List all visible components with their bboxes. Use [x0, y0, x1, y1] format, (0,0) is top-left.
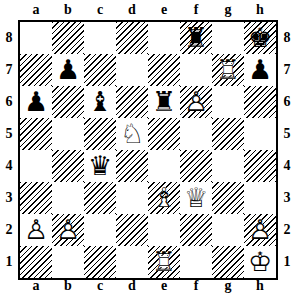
square-d4[interactable]	[116, 150, 148, 182]
piece-white-pawn: ♟♙	[20, 214, 52, 246]
square-c3[interactable]	[84, 182, 116, 214]
square-g4[interactable]	[212, 150, 244, 182]
piece-black-pawn: ♟	[244, 54, 276, 86]
piece-glyph: ♙	[20, 214, 52, 246]
square-a3[interactable]	[20, 182, 52, 214]
rank-label-7: 7	[279, 54, 295, 86]
piece-white-queen: ♛♕	[180, 182, 212, 214]
piece-glyph: ♙	[244, 214, 276, 246]
square-b3[interactable]	[52, 182, 84, 214]
square-e2[interactable]	[148, 214, 180, 246]
square-f7[interactable]	[180, 54, 212, 86]
piece-glyph: ♔	[244, 246, 276, 278]
square-f4[interactable]	[180, 150, 212, 182]
board: ♜♚♟♜♖♟♟♝♜♟♙♞♘♛♝♗♛♕♟♙♟♙♟♙♜♖♚♔	[18, 20, 278, 280]
square-d7[interactable]	[116, 54, 148, 86]
file-label-b: b	[52, 0, 84, 20]
piece-glyph: ♘	[116, 118, 148, 150]
square-g1[interactable]	[212, 246, 244, 278]
square-e7[interactable]	[148, 54, 180, 86]
piece-white-pawn: ♟♙	[180, 86, 212, 118]
square-b4[interactable]	[52, 150, 84, 182]
rank-label-5: 5	[0, 118, 18, 150]
rank-label-6: 6	[279, 86, 295, 118]
square-e3[interactable]: ♝♗	[148, 182, 180, 214]
square-a8[interactable]	[20, 22, 52, 54]
square-b8[interactable]	[52, 22, 84, 54]
rank-label-3: 3	[279, 182, 295, 214]
piece-glyph: ♚	[244, 22, 276, 54]
square-e4[interactable]	[148, 150, 180, 182]
piece-glyph: ♟	[244, 54, 276, 86]
square-a6[interactable]: ♟	[20, 86, 52, 118]
piece-black-pawn: ♟	[52, 54, 84, 86]
piece-glyph: ♜	[180, 22, 212, 54]
piece-glyph: ♙	[180, 86, 212, 118]
square-c7[interactable]	[84, 54, 116, 86]
rank-labels-left: 87654321	[0, 22, 18, 278]
piece-black-rook: ♜	[148, 86, 180, 118]
square-h5[interactable]	[244, 118, 276, 150]
square-a7[interactable]	[20, 54, 52, 86]
square-h6[interactable]	[244, 86, 276, 118]
file-label-g: g	[212, 0, 244, 20]
square-h2[interactable]: ♟♙	[244, 214, 276, 246]
square-f1[interactable]	[180, 246, 212, 278]
piece-white-pawn: ♟♙	[52, 214, 84, 246]
square-d2[interactable]	[116, 214, 148, 246]
square-f3[interactable]: ♛♕	[180, 182, 212, 214]
square-c2[interactable]	[84, 214, 116, 246]
square-b5[interactable]	[52, 118, 84, 150]
piece-glyph: ♟	[52, 54, 84, 86]
square-c4[interactable]: ♛	[84, 150, 116, 182]
square-g2[interactable]	[212, 214, 244, 246]
square-g5[interactable]	[212, 118, 244, 150]
file-label-e: e	[148, 0, 180, 20]
square-a4[interactable]	[20, 150, 52, 182]
piece-glyph: ♛	[84, 150, 116, 182]
piece-glyph: ♙	[52, 214, 84, 246]
piece-glyph: ♕	[180, 182, 212, 214]
rank-label-8: 8	[279, 22, 295, 54]
square-a2[interactable]: ♟♙	[20, 214, 52, 246]
piece-black-rook: ♜	[180, 22, 212, 54]
square-h1[interactable]: ♚♔	[244, 246, 276, 278]
square-e6[interactable]: ♜	[148, 86, 180, 118]
rank-label-2: 2	[0, 214, 18, 246]
square-h4[interactable]	[244, 150, 276, 182]
square-c5[interactable]	[84, 118, 116, 150]
square-a5[interactable]	[20, 118, 52, 150]
rank-label-7: 7	[0, 54, 18, 86]
piece-white-bishop: ♝♗	[148, 182, 180, 214]
piece-glyph: ♝	[84, 86, 116, 118]
piece-glyph: ♖	[148, 246, 180, 278]
square-g3[interactable]	[212, 182, 244, 214]
file-label-f: f	[180, 0, 212, 20]
piece-white-king: ♚♔	[244, 246, 276, 278]
piece-glyph: ♟	[20, 86, 52, 118]
rank-label-3: 3	[0, 182, 18, 214]
square-g7[interactable]: ♜♖	[212, 54, 244, 86]
square-c8[interactable]	[84, 22, 116, 54]
rank-label-1: 1	[279, 246, 295, 278]
rank-label-5: 5	[279, 118, 295, 150]
piece-black-pawn: ♟	[20, 86, 52, 118]
square-b6[interactable]	[52, 86, 84, 118]
piece-glyph: ♜	[148, 86, 180, 118]
square-e1[interactable]: ♜♖	[148, 246, 180, 278]
piece-glyph: ♗	[148, 182, 180, 214]
square-b7[interactable]: ♟	[52, 54, 84, 86]
file-label-c: c	[84, 0, 116, 20]
rank-label-8: 8	[0, 22, 18, 54]
rank-label-4: 4	[279, 150, 295, 182]
square-f8[interactable]: ♜	[180, 22, 212, 54]
rank-label-4: 4	[0, 150, 18, 182]
square-d6[interactable]	[116, 86, 148, 118]
square-d8[interactable]	[116, 22, 148, 54]
piece-white-knight: ♞♘	[116, 118, 148, 150]
rank-label-6: 6	[0, 86, 18, 118]
square-c1[interactable]	[84, 246, 116, 278]
square-a1[interactable]	[20, 246, 52, 278]
square-h3[interactable]	[244, 182, 276, 214]
square-g8[interactable]	[212, 22, 244, 54]
file-label-h: h	[244, 0, 276, 20]
piece-black-king: ♚	[244, 22, 276, 54]
piece-black-bishop: ♝	[84, 86, 116, 118]
square-e8[interactable]	[148, 22, 180, 54]
piece-white-rook: ♜♖	[148, 246, 180, 278]
square-g6[interactable]	[212, 86, 244, 118]
square-d5[interactable]: ♞♘	[116, 118, 148, 150]
piece-glyph: ♖	[212, 54, 244, 86]
piece-white-rook: ♜♖	[212, 54, 244, 86]
square-f5[interactable]	[180, 118, 212, 150]
rank-label-1: 1	[0, 246, 18, 278]
chess-diagram: abcdefgh 87654321 87654321 abcdefgh ♜♚♟♜…	[0, 0, 295, 295]
square-f2[interactable]	[180, 214, 212, 246]
square-f6[interactable]: ♟♙	[180, 86, 212, 118]
piece-black-queen: ♛	[84, 150, 116, 182]
file-label-a: a	[20, 0, 52, 20]
square-h7[interactable]: ♟	[244, 54, 276, 86]
square-e5[interactable]	[148, 118, 180, 150]
file-labels-top: abcdefgh	[20, 0, 276, 20]
rank-labels-right: 87654321	[279, 22, 295, 278]
square-c6[interactable]: ♝	[84, 86, 116, 118]
square-h8[interactable]: ♚	[244, 22, 276, 54]
file-label-d: d	[116, 0, 148, 20]
rank-label-2: 2	[279, 214, 295, 246]
square-b1[interactable]	[52, 246, 84, 278]
square-d3[interactable]	[116, 182, 148, 214]
square-b2[interactable]: ♟♙	[52, 214, 84, 246]
square-d1[interactable]	[116, 246, 148, 278]
piece-white-pawn: ♟♙	[244, 214, 276, 246]
